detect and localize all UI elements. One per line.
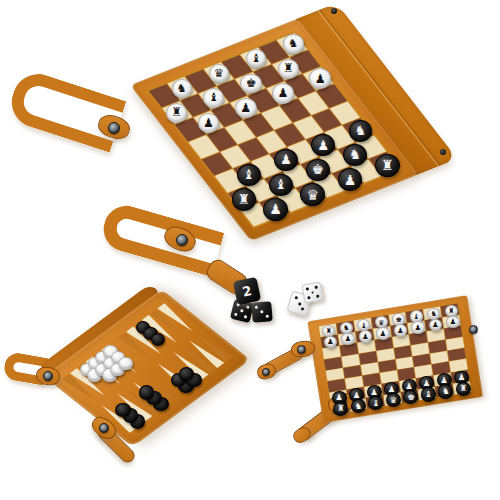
die-pip: [244, 315, 248, 319]
die-pip: [255, 306, 259, 310]
black-die[interactable]: [251, 301, 273, 323]
piece-black-bishop[interactable]: ♝: [421, 387, 436, 401]
snap-button: [262, 368, 270, 376]
piece-black-knight[interactable]: ♞: [349, 120, 373, 142]
snap-button: [297, 345, 306, 354]
die-pip: [294, 296, 298, 300]
die-pip: [311, 291, 314, 294]
piece-white-pawn[interactable]: ♟: [359, 330, 372, 343]
piece-white-pawn[interactable]: ♟: [235, 98, 257, 118]
die-pip: [266, 315, 270, 319]
piece-black-rook[interactable]: ♜: [232, 188, 256, 211]
die-pip: [240, 309, 244, 313]
die-pip: [234, 313, 238, 317]
piece-white-knight[interactable]: ♞: [283, 34, 304, 53]
black-die[interactable]: 2: [233, 277, 261, 305]
checker-black[interactable]: [139, 385, 155, 399]
piece-white-pawn[interactable]: ♟: [411, 321, 424, 334]
piece-black-bishop[interactable]: ♝: [237, 164, 261, 186]
piece-white-rook[interactable]: ♜: [278, 59, 299, 79]
piece-black-rook[interactable]: ♜: [456, 382, 471, 396]
die-face-numeral: 2: [233, 277, 261, 305]
product-photo-stage: ♞♝♛♞♜♚♝♜♟♟♟♟♞♟♟♝♞♚♝♜♜♟♛♟ ♜♞♝♛♚♝♞♜♟♟♟♟♟♟♟…: [0, 0, 500, 500]
piece-white-pawn[interactable]: ♟: [341, 333, 354, 346]
snap-button: [176, 234, 188, 246]
die-pip: [314, 286, 317, 289]
snap-button: [43, 371, 53, 381]
piece-white-knight[interactable]: ♞: [427, 308, 440, 320]
snap-button: [108, 122, 120, 134]
piece-black-bishop[interactable]: ♝: [269, 174, 293, 197]
die-pip: [316, 294, 319, 297]
piece-white-pawn[interactable]: ♟: [446, 316, 459, 329]
piece-white-rook[interactable]: ♜: [166, 103, 187, 123]
piece-black-king[interactable]: ♚: [306, 159, 330, 182]
checker-white[interactable]: [118, 357, 133, 371]
piece-black-queen[interactable]: ♛: [386, 393, 401, 407]
piece-black-rook[interactable]: ♜: [375, 154, 400, 177]
die-pip: [301, 307, 305, 311]
die-pip: [298, 302, 302, 306]
piece-white-pawn[interactable]: ♟: [394, 324, 407, 337]
die-pip: [307, 296, 310, 299]
white-die[interactable]: [301, 281, 323, 303]
piece-black-knight[interactable]: ♞: [438, 384, 453, 398]
piece-white-pawn[interactable]: ♟: [309, 68, 331, 88]
strap-loop: [5, 67, 126, 152]
piece-white-pawn[interactable]: ♟: [429, 319, 442, 332]
strap-loop: [98, 200, 224, 277]
piece-black-knight[interactable]: ♞: [351, 399, 366, 413]
die-pip: [306, 287, 309, 290]
snap-button: [99, 423, 109, 433]
piece-white-pawn[interactable]: ♟: [376, 327, 389, 340]
checker-black[interactable]: [115, 403, 131, 417]
leather-mat: [44, 289, 251, 447]
die-pip: [260, 310, 264, 314]
piece-black-pawn[interactable]: ♟: [274, 149, 298, 171]
snap-button: [469, 325, 478, 334]
piece-white-king[interactable]: ♚: [240, 74, 261, 94]
piece-black-pawn[interactable]: ♟: [263, 198, 288, 221]
die-pip: [246, 305, 250, 309]
piece-white-pawn[interactable]: ♟: [272, 83, 294, 103]
piece-white-knight[interactable]: ♞: [172, 79, 193, 98]
